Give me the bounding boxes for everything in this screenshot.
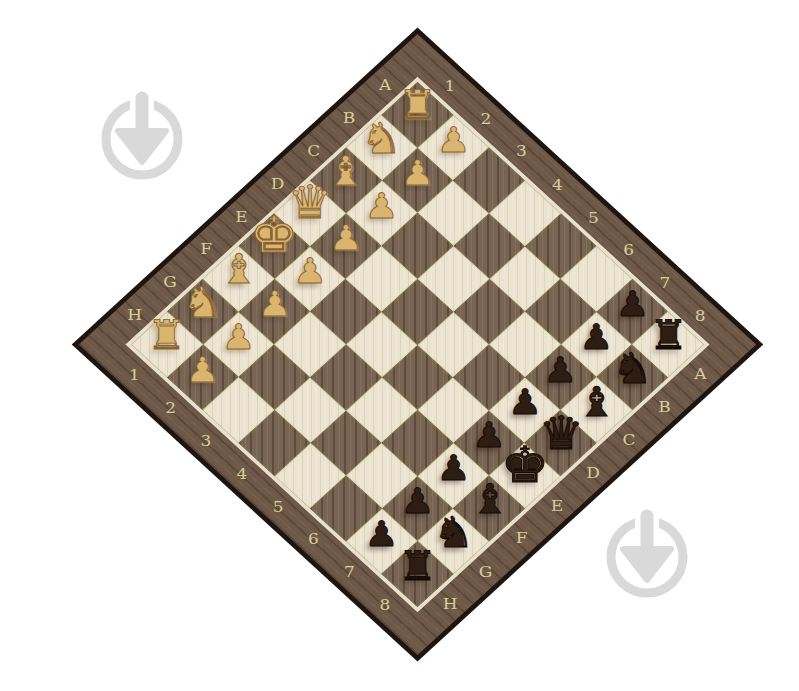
black-rook[interactable]: ♜ (648, 315, 687, 355)
white-rook[interactable]: ♜ (398, 86, 437, 126)
black-knight[interactable]: ♞ (433, 511, 474, 553)
black-pawn[interactable]: ♟ (615, 287, 649, 322)
white-pawn[interactable]: ♟ (436, 122, 470, 157)
white-pawn[interactable]: ♟ (365, 188, 399, 223)
black-pawn[interactable]: ♟ (544, 352, 578, 387)
circle-down-arrow-watermark (95, 90, 189, 188)
black-rook[interactable]: ♜ (398, 545, 437, 585)
black-pawn[interactable]: ♟ (436, 451, 470, 486)
white-pawn[interactable]: ♟ (329, 221, 363, 256)
black-knight[interactable]: ♞ (612, 347, 653, 389)
black-pawn[interactable]: ♟ (365, 516, 399, 551)
black-pawn[interactable]: ♟ (508, 385, 542, 420)
white-knight[interactable]: ♞ (182, 281, 223, 323)
circle-down-arrow-watermark (600, 508, 694, 606)
down-arrow-logo-icon (95, 90, 189, 184)
black-pawn[interactable]: ♟ (579, 319, 613, 354)
white-pawn[interactable]: ♟ (186, 352, 220, 387)
white-rook[interactable]: ♜ (147, 315, 186, 355)
black-bishop[interactable]: ♝ (469, 480, 508, 520)
black-pawn[interactable]: ♟ (400, 484, 434, 519)
white-pawn[interactable]: ♟ (400, 155, 434, 190)
white-pawn[interactable]: ♟ (293, 254, 327, 289)
white-pawn[interactable]: ♟ (221, 319, 255, 354)
white-knight[interactable]: ♞ (361, 117, 402, 159)
down-arrow-logo-icon (600, 508, 694, 602)
white-bishop[interactable]: ♝ (219, 250, 258, 290)
white-pawn[interactable]: ♟ (257, 287, 291, 322)
